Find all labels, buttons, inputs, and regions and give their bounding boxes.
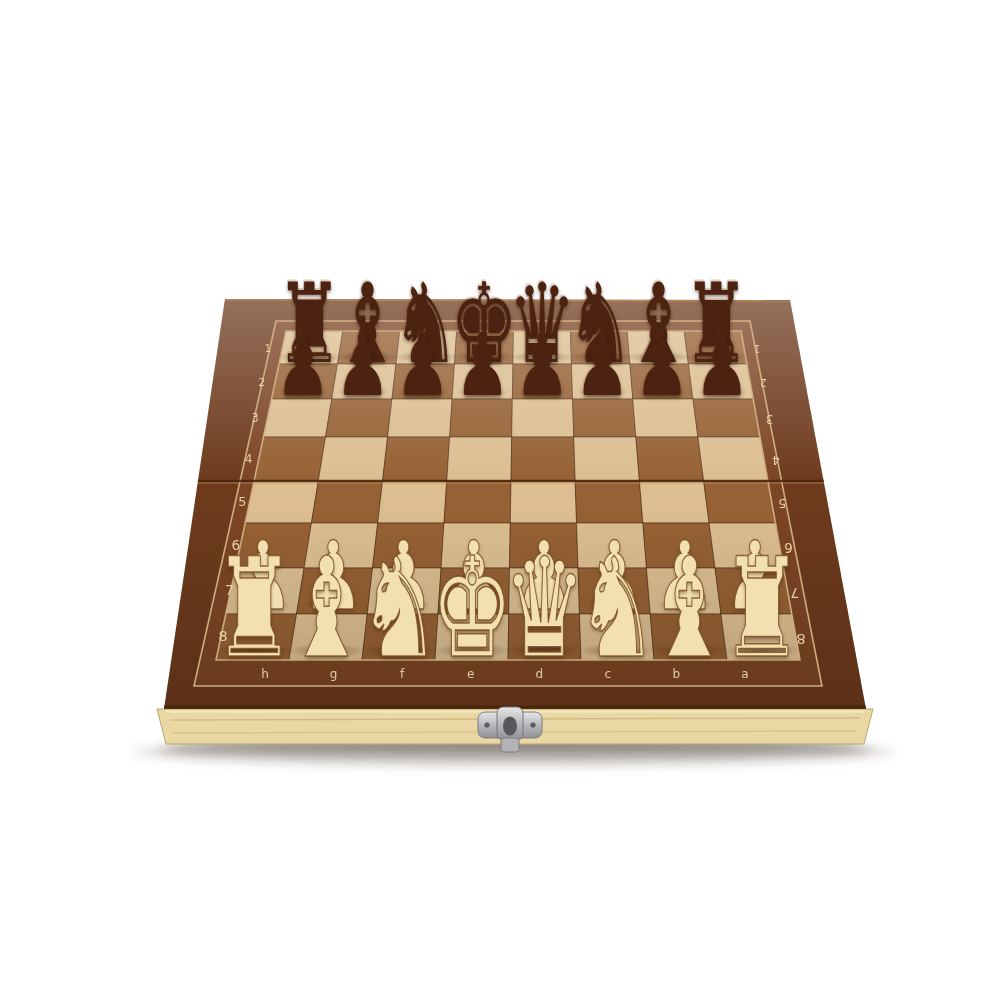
piece-dark-pawn-f2[interactable]: ♟ (395, 323, 451, 410)
piece-light-bishop-b8[interactable]: ♝ (648, 540, 730, 678)
piece-dark-pawn-d2[interactable]: ♟ (515, 323, 571, 410)
piece-dark-pawn-a2[interactable]: ♟ (694, 323, 750, 410)
piece-dark-pawn-g2[interactable]: ♟ (335, 323, 391, 410)
piece-light-rook-a8[interactable]: ♜ (721, 540, 803, 678)
piece-light-king-e8[interactable]: ♚ (431, 540, 513, 678)
piece-dark-pawn-h2[interactable]: ♟ (275, 323, 331, 410)
piece-dark-pawn-c2[interactable]: ♟ (575, 323, 631, 410)
piece-light-rook-h8[interactable]: ♜ (213, 540, 295, 678)
chess-set-photo-scene: 1234567812345678hgfedcba ♜♝♞♚♛♞♝♜♟♟♟♟♟♟♟… (0, 0, 1000, 1000)
piece-light-knight-f8[interactable]: ♞ (358, 540, 440, 678)
piece-light-queen-d8[interactable]: ♛ (503, 540, 585, 678)
piece-light-knight-c8[interactable]: ♞ (576, 540, 658, 678)
piece-dark-pawn-e2[interactable]: ♟ (455, 323, 511, 410)
piece-layer: ♜♝♞♚♛♞♝♜♟♟♟♟♟♟♟♟♟♟♟♟♟♟♟♟♜♝♞♚♛♞♝♜ (0, 0, 1000, 1000)
piece-dark-pawn-b2[interactable]: ♟ (634, 323, 690, 410)
piece-light-bishop-g8[interactable]: ♝ (286, 540, 368, 678)
